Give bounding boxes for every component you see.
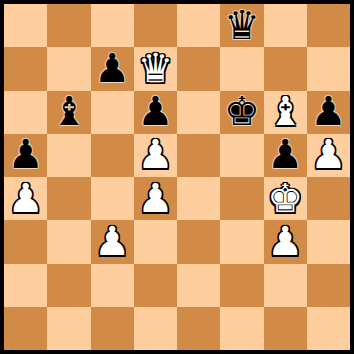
square-f7[interactable] [220,47,263,90]
square-c6[interactable] [91,91,134,134]
square-f8[interactable]: ♛ [220,4,263,47]
square-b8[interactable] [47,4,90,47]
square-f3[interactable] [220,220,263,263]
square-a1[interactable] [4,307,47,350]
square-a6[interactable] [4,91,47,134]
board-frame: ♛♟♛♝♟♚♝♟♟♟♟♟♟♟♚♟♟ [0,0,354,354]
square-h1[interactable] [307,307,350,350]
square-c1[interactable] [91,307,134,350]
black-queen-icon: ♛ [224,5,260,45]
square-f2[interactable] [220,264,263,307]
black-pawn-icon: ♟ [310,91,346,131]
square-c5[interactable] [91,134,134,177]
square-b1[interactable] [47,307,90,350]
square-g1[interactable] [264,307,307,350]
square-h4[interactable] [307,177,350,220]
square-g6[interactable]: ♝ [264,91,307,134]
square-d3[interactable] [134,220,177,263]
square-d7[interactable]: ♛ [134,47,177,90]
square-h5[interactable]: ♟ [307,134,350,177]
black-king-icon: ♚ [224,91,260,131]
square-d2[interactable] [134,264,177,307]
square-a8[interactable] [4,4,47,47]
square-a4[interactable]: ♟ [4,177,47,220]
white-pawn-icon: ♟ [267,221,303,261]
square-c4[interactable] [91,177,134,220]
square-h7[interactable] [307,47,350,90]
white-bishop-icon: ♝ [267,91,303,131]
white-pawn-icon: ♟ [137,134,173,174]
square-d8[interactable] [134,4,177,47]
square-e6[interactable] [177,91,220,134]
square-h3[interactable] [307,220,350,263]
square-f6[interactable]: ♚ [220,91,263,134]
square-f1[interactable] [220,307,263,350]
square-a5[interactable]: ♟ [4,134,47,177]
white-pawn-icon: ♟ [94,221,130,261]
square-h6[interactable]: ♟ [307,91,350,134]
square-e5[interactable] [177,134,220,177]
square-d6[interactable]: ♟ [134,91,177,134]
chess-board: ♛♟♛♝♟♚♝♟♟♟♟♟♟♟♚♟♟ [4,4,350,350]
black-bishop-icon: ♝ [51,91,87,131]
square-e8[interactable] [177,4,220,47]
black-pawn-icon: ♟ [8,134,44,174]
square-g8[interactable] [264,4,307,47]
square-c3[interactable]: ♟ [91,220,134,263]
square-e3[interactable] [177,220,220,263]
square-d4[interactable]: ♟ [134,177,177,220]
square-a7[interactable] [4,47,47,90]
square-b7[interactable] [47,47,90,90]
square-b4[interactable] [47,177,90,220]
square-b5[interactable] [47,134,90,177]
white-pawn-icon: ♟ [310,134,346,174]
black-pawn-icon: ♟ [94,48,130,88]
square-c7[interactable]: ♟ [91,47,134,90]
white-king-icon: ♚ [267,178,303,218]
square-h8[interactable] [307,4,350,47]
square-b6[interactable]: ♝ [47,91,90,134]
square-c8[interactable] [91,4,134,47]
white-pawn-icon: ♟ [137,178,173,218]
square-e4[interactable] [177,177,220,220]
square-e2[interactable] [177,264,220,307]
square-g4[interactable]: ♚ [264,177,307,220]
square-c2[interactable] [91,264,134,307]
square-b3[interactable] [47,220,90,263]
square-h2[interactable] [307,264,350,307]
square-a3[interactable] [4,220,47,263]
black-pawn-icon: ♟ [267,134,303,174]
square-g3[interactable]: ♟ [264,220,307,263]
square-e1[interactable] [177,307,220,350]
square-f4[interactable] [220,177,263,220]
black-pawn-icon: ♟ [137,91,173,131]
square-g2[interactable] [264,264,307,307]
white-pawn-icon: ♟ [8,178,44,218]
square-g5[interactable]: ♟ [264,134,307,177]
square-a2[interactable] [4,264,47,307]
white-queen-icon: ♛ [137,48,173,88]
square-g7[interactable] [264,47,307,90]
square-b2[interactable] [47,264,90,307]
square-f5[interactable] [220,134,263,177]
square-d1[interactable] [134,307,177,350]
square-e7[interactable] [177,47,220,90]
square-d5[interactable]: ♟ [134,134,177,177]
